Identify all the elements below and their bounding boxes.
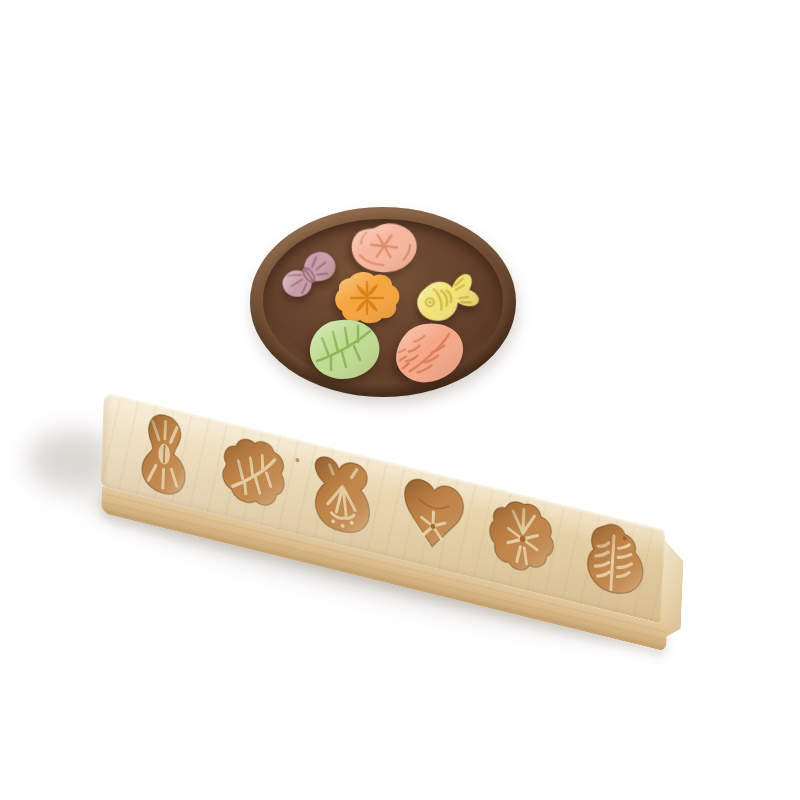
mold-cavity-leaf	[214, 425, 293, 527]
mold-cavity-peach-heart	[394, 469, 473, 571]
cavity-leaf-shade	[222, 432, 286, 511]
mold-cavity-gourd	[125, 403, 204, 505]
wooden-mold	[99, 392, 665, 650]
vent-hole	[295, 458, 299, 463]
product-photo	[0, 0, 800, 800]
mold-cavity-ribbed-leaf	[573, 513, 652, 615]
cavity-peach-heart-shade	[403, 476, 464, 554]
mold-cavity-plum-blossom	[483, 491, 562, 593]
pastry-leaf	[302, 316, 384, 382]
cavity-ribbed-shade	[587, 519, 645, 600]
pastry-ribbed-leaf-shade	[396, 324, 463, 383]
cavity-goldfish-shade	[313, 454, 371, 538]
pastry-ribbed-leaf	[387, 319, 468, 388]
mold-cavity-goldfish	[303, 447, 382, 549]
